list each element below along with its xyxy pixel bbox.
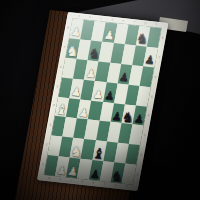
file-label-top: e [122, 19, 124, 22]
rank-label-left: 1 [42, 163, 44, 166]
black-knight: ♞ [87, 46, 102, 61]
rank-label-right: 2 [140, 154, 142, 157]
file-label-bottom: e [92, 182, 94, 185]
rank-label-left: 7 [63, 46, 65, 49]
file-label-top: g [144, 22, 146, 25]
rank-label-left: 5 [56, 85, 58, 88]
file-label-bottom: a [48, 177, 50, 180]
black-pawn: ♟ [103, 90, 115, 102]
black-pawn: ♟ [89, 168, 101, 180]
file-label-top: f [133, 21, 135, 24]
file-label-top: c [100, 17, 102, 20]
rank-label-right: 5 [151, 95, 153, 98]
square-r2c7 [139, 66, 154, 87]
file-label-top: d [111, 18, 113, 21]
file-label-bottom: h [125, 185, 127, 188]
rank-label-left: 6 [60, 65, 62, 68]
black-pawn: ♟ [144, 54, 156, 66]
black-knight: ♞ [110, 168, 125, 183]
white-pawn: ♟ [77, 107, 89, 119]
rank-label-right: 3 [143, 134, 145, 137]
white-pawn: ♟ [85, 68, 97, 80]
file-label-bottom: c [70, 179, 72, 182]
white-knight: ♞ [69, 144, 84, 159]
square-r5c7 [129, 125, 144, 146]
rank-label-right: 8 [161, 37, 163, 40]
file-label-top: a [78, 15, 80, 18]
rank-label-left: 8 [67, 26, 69, 29]
black-bishop: ♝ [91, 146, 107, 162]
file-label-bottom: g [114, 184, 116, 187]
white-pawn: ♟ [67, 166, 79, 178]
rank-label-right: 7 [158, 56, 160, 59]
file-label-top: h [155, 23, 157, 26]
file-label-top: b [89, 16, 91, 19]
rank-label-left: 2 [45, 144, 47, 147]
white-bishop: ♝ [54, 102, 70, 118]
square-r6c7 [125, 144, 140, 165]
black-pawn: ♟ [133, 113, 145, 125]
white-knight: ♞ [65, 44, 80, 59]
rank-label-left: 3 [49, 124, 51, 127]
rank-label-right: 1 [136, 173, 138, 176]
white-pawn: ♟ [70, 26, 82, 38]
file-label-bottom: b [59, 178, 61, 181]
square-r3c7 [136, 86, 151, 107]
rank-label-right: 4 [147, 115, 149, 118]
white-pawn: ♟ [103, 30, 115, 42]
photo-scene: aabbccddeeffgghh8877665544332211 ♟♟♞♞♞♟♟… [0, 0, 200, 200]
white-pawn: ♟ [70, 86, 82, 98]
black-knight: ♞ [135, 31, 150, 46]
file-label-bottom: f [103, 183, 105, 186]
rank-label-right: 6 [154, 76, 156, 79]
black-pawn: ♟ [118, 72, 130, 84]
file-label-bottom: d [81, 180, 83, 183]
